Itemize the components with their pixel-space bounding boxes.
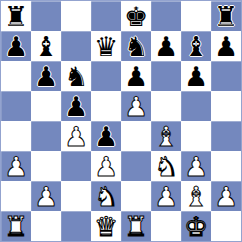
black-pawn[interactable]: ♟ <box>34 63 58 90</box>
square-a7[interactable]: ♟ <box>1 31 31 61</box>
black-rook[interactable]: ♜ <box>4 3 28 30</box>
white-pawn[interactable]: ♟ <box>184 153 208 180</box>
black-bishop[interactable]: ♝ <box>184 33 208 60</box>
square-g4[interactable] <box>181 121 211 151</box>
square-c5[interactable]: ♟ <box>61 91 91 121</box>
square-e5[interactable]: ♟ <box>121 91 151 121</box>
square-d7[interactable]: ♛ <box>91 31 121 61</box>
black-pawn[interactable]: ♟ <box>64 93 88 120</box>
square-e1[interactable]: ♜ <box>121 211 151 241</box>
square-e2[interactable] <box>121 181 151 211</box>
white-bishop[interactable]: ♝ <box>184 183 208 210</box>
square-a6[interactable] <box>1 61 31 91</box>
black-pawn[interactable]: ♟ <box>124 63 148 90</box>
square-h3[interactable] <box>211 151 241 181</box>
square-d5[interactable] <box>91 91 121 121</box>
square-c7[interactable] <box>61 31 91 61</box>
black-bishop[interactable]: ♝ <box>34 33 58 60</box>
white-rook[interactable]: ♜ <box>124 213 148 240</box>
square-f6[interactable] <box>151 61 181 91</box>
square-c4[interactable]: ♟ <box>61 121 91 151</box>
square-g7[interactable]: ♝ <box>181 31 211 61</box>
square-h7[interactable]: ♟ <box>211 31 241 61</box>
square-h1[interactable] <box>211 211 241 241</box>
square-a4[interactable] <box>1 121 31 151</box>
square-d4[interactable]: ♟ <box>91 121 121 151</box>
square-h5[interactable] <box>211 91 241 121</box>
square-f7[interactable]: ♟ <box>151 31 181 61</box>
square-g8[interactable] <box>181 1 211 31</box>
square-a2[interactable] <box>1 181 31 211</box>
square-f4[interactable]: ♝ <box>151 121 181 151</box>
white-king[interactable]: ♚ <box>184 213 208 240</box>
square-f1[interactable] <box>151 211 181 241</box>
white-pawn[interactable]: ♟ <box>154 183 178 210</box>
square-b4[interactable] <box>31 121 61 151</box>
square-c2[interactable] <box>61 181 91 211</box>
square-g3[interactable]: ♟ <box>181 151 211 181</box>
square-d1[interactable]: ♛ <box>91 211 121 241</box>
black-knight[interactable]: ♞ <box>64 63 88 90</box>
black-pawn[interactable]: ♟ <box>154 33 178 60</box>
square-b7[interactable]: ♝ <box>31 31 61 61</box>
square-b6[interactable]: ♟ <box>31 61 61 91</box>
square-e3[interactable] <box>121 151 151 181</box>
square-h6[interactable] <box>211 61 241 91</box>
square-d3[interactable]: ♟ <box>91 151 121 181</box>
square-h8[interactable]: ♜ <box>211 1 241 31</box>
black-pawn[interactable]: ♟ <box>94 123 118 150</box>
square-b2[interactable]: ♟ <box>31 181 61 211</box>
white-queen[interactable]: ♛ <box>94 213 118 240</box>
square-b8[interactable] <box>31 1 61 31</box>
square-f5[interactable] <box>151 91 181 121</box>
square-e6[interactable]: ♟ <box>121 61 151 91</box>
square-g1[interactable]: ♚ <box>181 211 211 241</box>
square-c1[interactable] <box>61 211 91 241</box>
square-c3[interactable] <box>61 151 91 181</box>
white-knight[interactable]: ♞ <box>154 153 178 180</box>
square-a5[interactable] <box>1 91 31 121</box>
square-h4[interactable] <box>211 121 241 151</box>
square-e7[interactable]: ♞ <box>121 31 151 61</box>
square-a3[interactable]: ♟ <box>1 151 31 181</box>
square-b1[interactable] <box>31 211 61 241</box>
white-pawn[interactable]: ♟ <box>214 183 238 210</box>
square-d2[interactable]: ♞ <box>91 181 121 211</box>
square-h2[interactable]: ♟ <box>211 181 241 211</box>
square-f2[interactable]: ♟ <box>151 181 181 211</box>
square-c8[interactable] <box>61 1 91 31</box>
white-bishop[interactable]: ♝ <box>154 123 178 150</box>
square-f8[interactable] <box>151 1 181 31</box>
black-rook[interactable]: ♜ <box>214 3 238 30</box>
square-b5[interactable] <box>31 91 61 121</box>
square-e8[interactable]: ♚ <box>121 1 151 31</box>
square-d6[interactable] <box>91 61 121 91</box>
square-d8[interactable] <box>91 1 121 31</box>
white-pawn[interactable]: ♟ <box>124 93 148 120</box>
white-pawn[interactable]: ♟ <box>4 153 28 180</box>
black-king[interactable]: ♚ <box>124 3 148 30</box>
black-pawn[interactable]: ♟ <box>4 33 28 60</box>
white-rook[interactable]: ♜ <box>4 213 28 240</box>
square-c6[interactable]: ♞ <box>61 61 91 91</box>
white-pawn[interactable]: ♟ <box>94 153 118 180</box>
square-a8[interactable]: ♜ <box>1 1 31 31</box>
black-pawn[interactable]: ♟ <box>184 63 208 90</box>
square-b3[interactable] <box>31 151 61 181</box>
black-queen[interactable]: ♛ <box>94 33 118 60</box>
white-pawn[interactable]: ♟ <box>34 183 58 210</box>
white-pawn[interactable]: ♟ <box>64 123 88 150</box>
square-g6[interactable]: ♟ <box>181 61 211 91</box>
black-knight[interactable]: ♞ <box>124 33 148 60</box>
white-knight[interactable]: ♞ <box>94 183 118 210</box>
black-pawn[interactable]: ♟ <box>214 33 238 60</box>
square-f3[interactable]: ♞ <box>151 151 181 181</box>
square-g2[interactable]: ♝ <box>181 181 211 211</box>
square-g5[interactable] <box>181 91 211 121</box>
square-a1[interactable]: ♜ <box>1 211 31 241</box>
square-e4[interactable] <box>121 121 151 151</box>
chess-board: ♜♚♜♟♝♛♞♟♝♟♟♞♟♟♟♟♟♟♝♟♟♞♟♟♞♟♝♟♜♛♜♚ <box>0 0 242 242</box>
